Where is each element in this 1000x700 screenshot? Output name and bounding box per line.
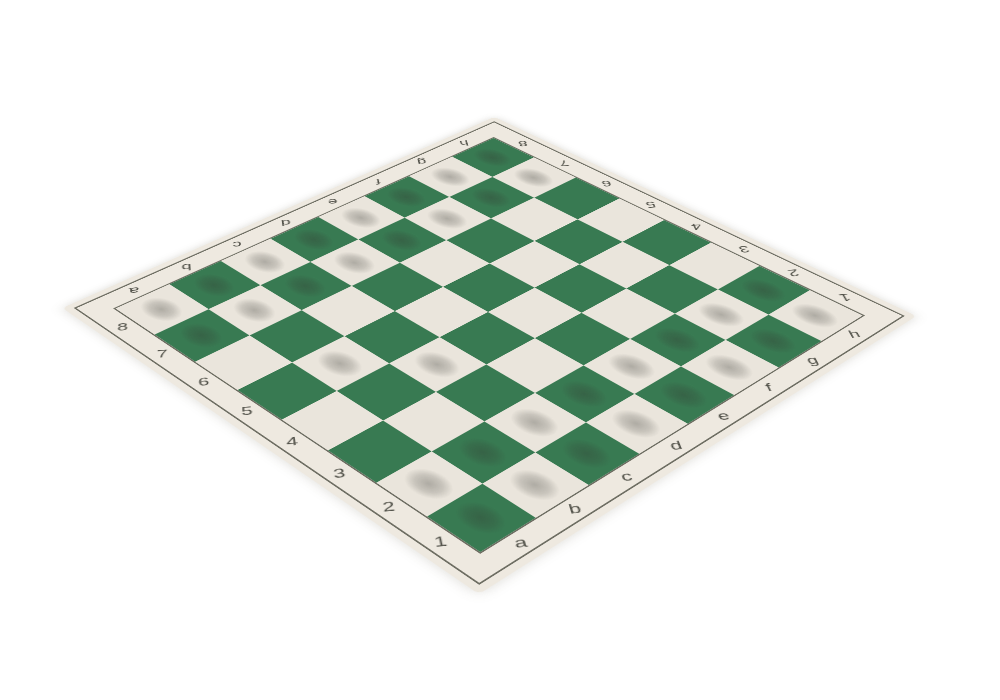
file-label-e-near: e — [706, 407, 741, 426]
rank-label-5-far: 5 — [636, 198, 665, 211]
rank-label-7-near: 7 — [148, 345, 176, 362]
piece-shadow-c1 — [553, 434, 620, 474]
rank-label-4-near: 4 — [277, 432, 308, 452]
file-label-d-near: d — [659, 436, 694, 456]
piece-shadow-a2 — [395, 463, 462, 505]
piece-shadow-a7 — [172, 319, 231, 353]
rank-label-6-near: 6 — [189, 373, 218, 391]
product-photo: ♜♟♟♙♜♖♞♟♟♙♞♘♝♟♟♙♝♗♚♟♟♙♚♔♛♟♟♙♛♕♝♟♛♕♟♙♝♗♞♟… — [0, 0, 1000, 700]
piece-shadow-d2 — [552, 376, 616, 413]
file-label-g-near: g — [796, 352, 830, 369]
square-f2: ♟♙ — [630, 314, 725, 367]
rank-label-2-near: 2 — [372, 496, 405, 517]
rank-label-5-near: 5 — [232, 402, 262, 421]
rank-label-6-far: 6 — [593, 177, 621, 190]
piece-shadow-b5 — [309, 346, 370, 381]
rank-label-1-near: 1 — [423, 531, 458, 553]
piece-shadow-g1 — [741, 324, 803, 358]
file-label-a-near: a — [503, 532, 539, 554]
black-pawn-glyph: ♟ — [164, 256, 241, 342]
piece-shadow-c4 — [406, 347, 468, 382]
chess-board: ♜♟♟♙♜♖♞♟♟♙♞♘♝♟♟♙♝♗♚♟♟♙♚♔♛♟♟♙♛♕♝♟♛♕♟♙♝♗♞♟… — [62, 117, 916, 594]
file-label-f-near: f — [752, 379, 786, 397]
file-label-b-near: b — [557, 498, 592, 519]
piece-shadow-b2 — [449, 433, 515, 473]
file-label-c-near: c — [609, 466, 644, 487]
file-label-h-near: h — [837, 326, 871, 343]
rank-label-3-near: 3 — [323, 463, 355, 483]
rank-label-8-near: 8 — [109, 319, 136, 335]
piece-shadow-c2 — [502, 404, 567, 442]
board-squares: ♜♟♟♙♜♖♞♟♟♙♞♘♝♟♟♙♝♗♚♟♟♙♚♔♛♟♟♙♛♕♝♟♛♕♟♙♝♗♞♟… — [116, 138, 863, 552]
